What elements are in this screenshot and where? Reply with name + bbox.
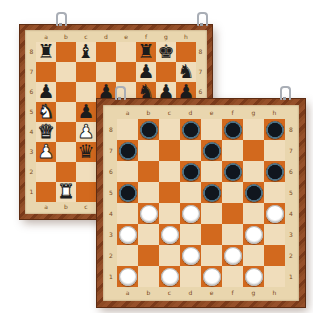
checkers-man-black[interactable] — [224, 163, 242, 181]
chess-corner — [27, 202, 36, 212]
chess-square-a1[interactable] — [36, 182, 56, 202]
chess-file-label: a — [36, 202, 56, 212]
chess-square-c7[interactable] — [76, 62, 96, 82]
checkers-square-f1[interactable] — [222, 266, 243, 287]
checkers-square-g6[interactable] — [243, 161, 264, 182]
checkers-man-black[interactable] — [119, 142, 137, 160]
checkers-corner — [105, 107, 117, 119]
checkers-man-black[interactable] — [203, 142, 221, 160]
checkers-square-d4[interactable] — [180, 203, 201, 224]
checkers-square-e7[interactable] — [201, 140, 222, 161]
checkers-square-f7[interactable] — [222, 140, 243, 161]
checkers-file-label: f — [222, 287, 243, 299]
checkers-square-g5[interactable] — [243, 182, 264, 203]
checkers-file-label: b — [138, 287, 159, 299]
checkers-rank-label: 1 — [105, 266, 117, 287]
chess-piece-black-king[interactable]: ♚ — [157, 42, 174, 61]
chess-square-e7[interactable] — [116, 62, 136, 82]
checkers-square-d6[interactable] — [180, 161, 201, 182]
checkers-square-h2[interactable] — [264, 245, 285, 266]
checkers-square-g8[interactable] — [243, 119, 264, 140]
checkers-file-label: e — [201, 107, 222, 119]
checkers-square-a1[interactable] — [117, 266, 138, 287]
checkers-square-d1[interactable] — [180, 266, 201, 287]
checkers-file-label: c — [159, 287, 180, 299]
checkers-square-b8[interactable] — [138, 119, 159, 140]
chess-corner — [27, 32, 36, 42]
checkers-rank-label: 8 — [285, 119, 297, 140]
checkers-man-black[interactable] — [119, 184, 137, 202]
checkers-file-label: a — [117, 107, 138, 119]
checkers-rank-label: 6 — [285, 161, 297, 182]
checkers-rank-label: 4 — [285, 203, 297, 224]
checkers-rank-label: 7 — [105, 140, 117, 161]
checkers-square-h5[interactable] — [264, 182, 285, 203]
checkers-man-white[interactable] — [182, 205, 200, 223]
scene: abcdefgh8♜♝♜♚87♟♞76♟♟♞♟♟65♞♟54♛♟43♟♛3221… — [0, 0, 313, 313]
checkers-demo-board: abcdefgh8877665544332211abcdefgh — [97, 99, 305, 307]
checkers-square-b4[interactable] — [138, 203, 159, 224]
checkers-square-e6[interactable] — [201, 161, 222, 182]
checkers-man-black[interactable] — [203, 184, 221, 202]
checkers-file-label: h — [264, 287, 285, 299]
checkers-square-c3[interactable] — [159, 224, 180, 245]
checkers-file-label: e — [201, 287, 222, 299]
chess-piece-black-pawn[interactable]: ♟ — [137, 62, 154, 81]
checkers-man-black[interactable] — [182, 163, 200, 181]
checkers-rank-label: 3 — [105, 224, 117, 245]
checkers-man-white[interactable] — [224, 247, 242, 265]
checkers-square-h8[interactable] — [264, 119, 285, 140]
chess-rank-label: 6 — [27, 82, 36, 102]
checkers-board-margin: abcdefgh8877665544332211abcdefgh — [103, 105, 299, 301]
checkers-square-d7[interactable] — [180, 140, 201, 161]
checkers-man-white[interactable] — [245, 226, 263, 244]
checkers-file-label: g — [243, 107, 264, 119]
checkers-square-e5[interactable] — [201, 182, 222, 203]
checkers-square-h3[interactable] — [264, 224, 285, 245]
chess-square-b7[interactable] — [56, 62, 76, 82]
chess-file-label: c — [76, 202, 96, 212]
checkers-man-black[interactable] — [266, 121, 284, 139]
checkers-square-g7[interactable] — [243, 140, 264, 161]
checkers-man-white[interactable] — [266, 205, 284, 223]
checkers-square-d2[interactable] — [180, 245, 201, 266]
checkers-square-e8[interactable] — [201, 119, 222, 140]
chess-square-b8[interactable] — [56, 42, 76, 62]
chess-square-d8[interactable] — [96, 42, 116, 62]
chess-corner — [196, 32, 205, 42]
checkers-square-b3[interactable] — [138, 224, 159, 245]
checkers-square-a8[interactable] — [117, 119, 138, 140]
checkers-square-a2[interactable] — [117, 245, 138, 266]
chess-square-a2[interactable] — [36, 162, 56, 182]
chess-piece-white-knight[interactable]: ♞ — [37, 102, 54, 121]
checkers-square-b1[interactable] — [138, 266, 159, 287]
checkers-square-b7[interactable] — [138, 140, 159, 161]
checkers-file-label: c — [159, 107, 180, 119]
checkers-rank-label: 2 — [105, 245, 117, 266]
chess-rank-label: 7 — [27, 62, 36, 82]
chess-file-label: b — [56, 202, 76, 212]
checkers-square-g4[interactable] — [243, 203, 264, 224]
chess-file-label: b — [56, 32, 76, 42]
checkers-grid: abcdefgh8877665544332211abcdefgh — [105, 107, 297, 299]
checkers-man-white[interactable] — [245, 268, 263, 286]
chess-rank-label: 8 — [27, 42, 36, 62]
checkers-corner — [285, 107, 297, 119]
checkers-square-d5[interactable] — [180, 182, 201, 203]
checkers-square-c8[interactable] — [159, 119, 180, 140]
checkers-rank-label: 2 — [285, 245, 297, 266]
chess-rank-label: 1 — [27, 182, 36, 202]
checkers-square-b2[interactable] — [138, 245, 159, 266]
chess-square-a3[interactable]: ♟ — [36, 142, 56, 162]
checkers-square-e4[interactable] — [201, 203, 222, 224]
chess-rank-label: 3 — [27, 142, 36, 162]
checkers-man-black[interactable] — [245, 184, 263, 202]
checkers-rank-label: 5 — [285, 182, 297, 203]
checkers-man-white[interactable] — [182, 247, 200, 265]
checkers-file-label: h — [264, 107, 285, 119]
checkers-square-c4[interactable] — [159, 203, 180, 224]
checkers-square-g3[interactable] — [243, 224, 264, 245]
checkers-file-label: b — [138, 107, 159, 119]
checkers-man-white[interactable] — [161, 268, 179, 286]
checkers-square-e3[interactable] — [201, 224, 222, 245]
chess-piece-white-pawn[interactable]: ♟ — [37, 142, 54, 161]
checkers-rank-label: 1 — [285, 266, 297, 287]
checkers-square-f2[interactable] — [222, 245, 243, 266]
chess-piece-black-pawn[interactable]: ♟ — [37, 82, 54, 101]
chess-square-b1[interactable]: ♜ — [56, 182, 76, 202]
checkers-square-g1[interactable] — [243, 266, 264, 287]
checkers-square-b5[interactable] — [138, 182, 159, 203]
checkers-man-black[interactable] — [266, 163, 284, 181]
chess-square-c3[interactable]: ♛ — [76, 142, 96, 162]
chess-rank-label: 8 — [196, 42, 205, 62]
checkers-corner — [285, 287, 297, 299]
chess-piece-black-knight[interactable]: ♞ — [177, 62, 194, 81]
checkers-square-h4[interactable] — [264, 203, 285, 224]
checkers-man-black[interactable] — [140, 121, 158, 139]
checkers-man-white[interactable] — [119, 226, 137, 244]
checkers-man-white[interactable] — [161, 226, 179, 244]
chess-piece-black-knight[interactable]: ♞ — [137, 82, 154, 101]
checkers-file-label: d — [180, 107, 201, 119]
checkers-corner — [105, 287, 117, 299]
chess-square-c8[interactable]: ♝ — [76, 42, 96, 62]
chess-piece-black-queen[interactable]: ♛ — [77, 142, 94, 161]
checkers-man-white[interactable] — [140, 205, 158, 223]
checkers-square-f3[interactable] — [222, 224, 243, 245]
chess-file-label: h — [176, 32, 196, 42]
checkers-square-a7[interactable] — [117, 140, 138, 161]
checkers-square-c2[interactable] — [159, 245, 180, 266]
hanging-hook-icon — [115, 86, 126, 100]
chess-piece-black-rook[interactable]: ♜ — [137, 42, 154, 61]
chess-file-label: e — [116, 32, 136, 42]
checkers-rank-label: 6 — [105, 161, 117, 182]
chess-square-c1[interactable] — [76, 182, 96, 202]
chess-rank-label: 7 — [196, 62, 205, 82]
chess-piece-black-pawn[interactable]: ♟ — [177, 82, 194, 101]
chess-piece-white-pawn[interactable]: ♟ — [77, 122, 94, 141]
checkers-square-a5[interactable] — [117, 182, 138, 203]
chess-square-c2[interactable] — [76, 162, 96, 182]
chess-piece-black-pawn[interactable]: ♟ — [97, 82, 114, 101]
chess-rank-label: 5 — [27, 102, 36, 122]
checkers-square-f4[interactable] — [222, 203, 243, 224]
checkers-square-c5[interactable] — [159, 182, 180, 203]
checkers-rank-label: 8 — [105, 119, 117, 140]
chess-square-a8[interactable]: ♜ — [36, 42, 56, 62]
chess-rank-label: 4 — [27, 122, 36, 142]
hanging-hook-icon — [197, 12, 208, 26]
checkers-man-white[interactable] — [203, 268, 221, 286]
checkers-square-b6[interactable] — [138, 161, 159, 182]
hanging-hook-icon — [280, 86, 291, 100]
checkers-man-black[interactable] — [182, 121, 200, 139]
checkers-square-a6[interactable] — [117, 161, 138, 182]
checkers-file-label: a — [117, 287, 138, 299]
chess-piece-black-pawn[interactable]: ♟ — [77, 102, 94, 121]
checkers-square-c7[interactable] — [159, 140, 180, 161]
checkers-file-label: d — [180, 287, 201, 299]
checkers-square-c6[interactable] — [159, 161, 180, 182]
checkers-square-e1[interactable] — [201, 266, 222, 287]
checkers-file-label: g — [243, 287, 264, 299]
checkers-square-f6[interactable] — [222, 161, 243, 182]
hanging-hook-icon — [56, 12, 67, 26]
chess-square-g8[interactable]: ♚ — [156, 42, 176, 62]
chess-square-b5[interactable] — [56, 102, 76, 122]
checkers-square-a4[interactable] — [117, 203, 138, 224]
checkers-square-h7[interactable] — [264, 140, 285, 161]
chess-square-e8[interactable] — [116, 42, 136, 62]
checkers-square-f5[interactable] — [222, 182, 243, 203]
checkers-square-d3[interactable] — [180, 224, 201, 245]
checkers-man-black[interactable] — [224, 121, 242, 139]
chess-piece-black-pawn[interactable]: ♟ — [157, 82, 174, 101]
checkers-square-h1[interactable] — [264, 266, 285, 287]
checkers-square-d8[interactable] — [180, 119, 201, 140]
checkers-square-c1[interactable] — [159, 266, 180, 287]
chess-rank-label: 2 — [27, 162, 36, 182]
chess-square-b4[interactable] — [56, 122, 76, 142]
checkers-file-label: f — [222, 107, 243, 119]
checkers-rank-label: 4 — [105, 203, 117, 224]
chess-piece-white-queen[interactable]: ♛ — [37, 122, 54, 141]
chess-square-b6[interactable] — [56, 82, 76, 102]
checkers-rank-label: 3 — [285, 224, 297, 245]
checkers-man-white[interactable] — [119, 268, 137, 286]
chess-piece-black-bishop[interactable]: ♝ — [77, 42, 94, 61]
checkers-square-g2[interactable] — [243, 245, 264, 266]
chess-square-b3[interactable] — [56, 142, 76, 162]
checkers-square-e2[interactable] — [201, 245, 222, 266]
chess-piece-black-rook[interactable]: ♜ — [37, 42, 54, 61]
checkers-square-h6[interactable] — [264, 161, 285, 182]
chess-file-label: d — [96, 32, 116, 42]
checkers-square-a3[interactable] — [117, 224, 138, 245]
chess-piece-white-rook[interactable]: ♜ — [57, 182, 74, 201]
checkers-rank-label: 5 — [105, 182, 117, 203]
checkers-square-f8[interactable] — [222, 119, 243, 140]
checkers-rank-label: 7 — [285, 140, 297, 161]
